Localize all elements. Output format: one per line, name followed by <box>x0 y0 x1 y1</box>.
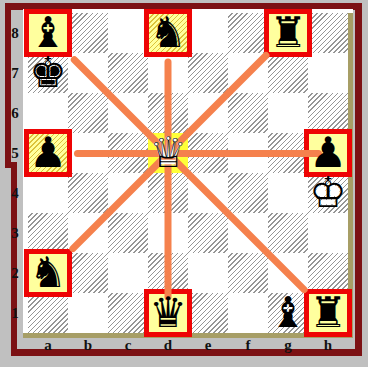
piece-glyph: ♜ <box>308 293 348 333</box>
piece-black-rook-h1[interactable]: ♜ <box>308 293 348 333</box>
piece-glyph: ♝ <box>268 293 308 333</box>
piece-white-king-h4[interactable]: ♚♔ <box>308 173 348 213</box>
rank-label-4: 4 <box>6 186 24 200</box>
square-f6[interactable] <box>228 93 268 133</box>
square-c3[interactable] <box>108 213 148 253</box>
piece-black-king-a7[interactable]: ♚ <box>28 53 68 93</box>
square-g6[interactable] <box>268 93 308 133</box>
square-e7[interactable] <box>188 53 228 93</box>
square-e2[interactable] <box>188 253 228 293</box>
piece-glyph: ♟ <box>308 133 348 173</box>
file-label-g: g <box>268 338 308 352</box>
square-e1[interactable] <box>188 293 228 333</box>
file-label-f: f <box>228 338 268 352</box>
file-label-e: e <box>188 338 228 352</box>
square-h3[interactable] <box>308 213 348 253</box>
square-f8[interactable] <box>228 13 268 53</box>
square-a4[interactable] <box>28 173 68 213</box>
file-label-c: c <box>108 338 148 352</box>
square-h8[interactable] <box>308 13 348 53</box>
square-g7[interactable] <box>268 53 308 93</box>
rank-label-2: 2 <box>6 266 24 280</box>
square-c7[interactable] <box>108 53 148 93</box>
attack-line-d5-h5 <box>168 150 322 157</box>
square-a1[interactable] <box>28 293 68 333</box>
piece-glyph: ♟ <box>28 133 68 173</box>
square-h7[interactable] <box>308 53 348 93</box>
piece-glyph: ♕ <box>148 133 188 173</box>
square-e8[interactable] <box>188 13 228 53</box>
chess-diagram: ♝♞♜♚♟♛♕♟♚♔♞♛♝♜ 87654321abcdefgh <box>0 0 368 367</box>
square-h2[interactable] <box>308 253 348 293</box>
rank-label-3: 3 <box>6 226 24 240</box>
frame-right <box>355 3 362 356</box>
square-b6[interactable] <box>68 93 108 133</box>
square-f4[interactable] <box>228 173 268 213</box>
piece-glyph: ♛ <box>148 293 188 333</box>
piece-black-pawn-h5[interactable]: ♟ <box>308 133 348 173</box>
square-b1[interactable] <box>68 293 108 333</box>
file-label-h: h <box>308 338 348 352</box>
piece-glyph: ♝ <box>28 13 68 53</box>
file-label-d: d <box>148 338 188 352</box>
square-c2[interactable] <box>108 253 148 293</box>
piece-glyph: ♜ <box>268 13 308 53</box>
rank-label-5: 5 <box>6 146 24 160</box>
square-g3[interactable] <box>268 213 308 253</box>
file-label-a: a <box>28 338 68 352</box>
rank-label-6: 6 <box>6 106 24 120</box>
square-b4[interactable] <box>68 173 108 213</box>
square-a3[interactable] <box>28 213 68 253</box>
piece-black-rook-g8[interactable]: ♜ <box>268 13 308 53</box>
piece-black-bishop-g1[interactable]: ♝ <box>268 293 308 333</box>
rank-label-8: 8 <box>6 26 24 40</box>
square-f1[interactable] <box>228 293 268 333</box>
rank-label-1: 1 <box>6 306 24 320</box>
rank-label-7: 7 <box>6 66 24 80</box>
file-label-b: b <box>68 338 108 352</box>
piece-white-queen-d5[interactable]: ♛♕ <box>148 133 188 173</box>
square-e3[interactable] <box>188 213 228 253</box>
square-c1[interactable] <box>108 293 148 333</box>
square-c8[interactable] <box>108 13 148 53</box>
square-g4[interactable] <box>268 173 308 213</box>
piece-black-knight-d8[interactable]: ♞ <box>148 13 188 53</box>
square-f2[interactable] <box>228 253 268 293</box>
piece-glyph: ♚ <box>28 53 68 93</box>
piece-glyph: ♞ <box>28 253 68 293</box>
square-b8[interactable] <box>68 13 108 53</box>
piece-glyph: ♔ <box>308 173 348 213</box>
square-h6[interactable] <box>308 93 348 133</box>
square-a6[interactable] <box>28 93 68 133</box>
piece-glyph: ♞ <box>148 13 188 53</box>
piece-black-queen-d1[interactable]: ♛ <box>148 293 188 333</box>
piece-black-bishop-a8[interactable]: ♝ <box>28 13 68 53</box>
piece-black-knight-a2[interactable]: ♞ <box>28 253 68 293</box>
square-b2[interactable] <box>68 253 108 293</box>
piece-black-pawn-a5[interactable]: ♟ <box>28 133 68 173</box>
